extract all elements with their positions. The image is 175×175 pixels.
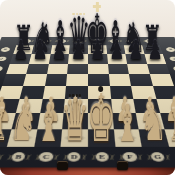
square-g8[interactable] — [124, 45, 144, 54]
square-f2[interactable] — [112, 113, 139, 129]
rank-label-6-right-circle: 6 — [173, 66, 175, 71]
square-c5[interactable] — [45, 74, 68, 86]
scroll-ornament: )( — [35, 154, 38, 161]
square-c8[interactable] — [50, 45, 70, 54]
scroll-ornament: )( — [147, 154, 150, 161]
square-d4[interactable] — [65, 86, 88, 99]
square-f5[interactable] — [109, 74, 132, 86]
file-label-f-far-circle: F — [110, 39, 119, 43]
file-label-d-near-circle: D — [67, 152, 81, 162]
scroll-ornament: )( — [154, 40, 156, 43]
scroll-ornament: )( — [67, 40, 69, 43]
file-label-d-far: )(D)( — [70, 37, 88, 45]
rank-label-8-right-circle: 8 — [165, 47, 175, 51]
square-e5[interactable] — [88, 74, 110, 86]
rank-label-7-right-circle: 7 — [169, 56, 175, 61]
file-label-f-far: )(F)( — [105, 37, 124, 45]
scroll-ornament: )( — [165, 154, 169, 161]
square-b6[interactable] — [26, 64, 48, 75]
scroll-ornament: )( — [102, 40, 104, 43]
file-label-e-near-circle: E — [95, 152, 109, 162]
file-label-c-near-circle: C — [39, 152, 54, 162]
square-c6[interactable] — [47, 64, 69, 75]
scroll-ornament: )( — [26, 154, 29, 161]
file-label-b-far-circle: B — [39, 39, 48, 43]
square-f3[interactable] — [111, 99, 136, 113]
scroll-ornament: )( — [7, 154, 11, 161]
square-d7[interactable] — [68, 54, 88, 64]
square-f7[interactable] — [107, 54, 127, 64]
file-label-b-near-circle: B — [10, 152, 26, 162]
scroll-ornament: )( — [84, 40, 85, 43]
file-label-h-far-circle: H — [145, 39, 155, 43]
chess-set-photo: )(A)()(A)()(B)()(B)()(C)()(C)()(D)()(D)(… — [0, 0, 175, 175]
square-f1[interactable] — [113, 129, 142, 147]
square-c4[interactable] — [43, 86, 67, 99]
square-d2[interactable] — [63, 113, 88, 129]
scroll-ornament: )( — [137, 40, 139, 43]
rank-label-8-right: 8 — [160, 45, 175, 54]
square-h3[interactable] — [156, 99, 175, 113]
file-label-c-far: )(C)( — [52, 37, 71, 45]
scroll-ornament: )( — [174, 154, 175, 161]
scroll-ornament: )( — [137, 154, 140, 161]
chess-board[interactable]: )(A)()(A)()(B)()(B)()(C)()(C)()(D)()(D)(… — [0, 37, 175, 168]
square-b1[interactable] — [7, 129, 37, 147]
file-label-g-near-circle: G — [150, 152, 166, 162]
square-d3[interactable] — [64, 99, 88, 113]
file-label-c-far-circle: C — [57, 39, 66, 43]
square-b2[interactable] — [12, 113, 40, 129]
file-label-e-near: )(E)( — [88, 147, 117, 167]
square-b4[interactable] — [20, 86, 45, 99]
scroll-ornament: )( — [119, 40, 121, 43]
scroll-ornament: )( — [119, 154, 122, 161]
square-f4[interactable] — [110, 86, 134, 99]
square-f6[interactable] — [108, 64, 130, 75]
board-grid — [0, 45, 175, 147]
square-f8[interactable] — [106, 45, 126, 54]
square-e4[interactable] — [88, 86, 111, 99]
square-e2[interactable] — [88, 113, 113, 129]
scroll-ornament: )( — [90, 40, 91, 43]
file-label-e-far: )(E)( — [88, 37, 106, 45]
square-d1[interactable] — [61, 129, 88, 147]
box-latch — [117, 161, 128, 170]
file-label-a-far-circle: A — [21, 39, 31, 43]
square-e8[interactable] — [88, 45, 107, 54]
box-latch — [57, 161, 68, 170]
file-label-e-far-circle: E — [92, 39, 101, 43]
square-c1[interactable] — [34, 129, 63, 147]
square-b7[interactable] — [29, 54, 50, 64]
square-g7[interactable] — [126, 54, 147, 64]
scroll-ornament: )( — [54, 154, 57, 161]
rank-label-8-left-circle: 8 — [0, 47, 11, 51]
square-c2[interactable] — [37, 113, 64, 129]
square-d6[interactable] — [67, 64, 88, 75]
file-label-h-far: )(H)( — [140, 37, 160, 45]
scroll-ornament: )( — [31, 40, 33, 43]
square-e6[interactable] — [88, 64, 109, 75]
file-label-b-far: )(B)( — [34, 37, 53, 45]
file-label-d-far-circle: D — [75, 39, 84, 43]
square-b3[interactable] — [16, 99, 43, 113]
file-label-b-near: )(B)( — [2, 147, 34, 167]
square-b5[interactable] — [23, 74, 47, 86]
file-label-g-far-circle: G — [127, 39, 136, 43]
file-label-g-far: )(G)( — [123, 37, 142, 45]
square-e3[interactable] — [88, 99, 112, 113]
square-h4[interactable] — [153, 86, 175, 99]
square-e1[interactable] — [88, 129, 115, 147]
square-d5[interactable] — [66, 74, 88, 86]
square-c3[interactable] — [40, 99, 65, 113]
square-e7[interactable] — [88, 54, 108, 64]
scroll-ornament: )( — [49, 40, 51, 43]
rank-label-6-left-circle: 6 — [0, 66, 3, 71]
scroll-ornament: )( — [0, 154, 2, 161]
scroll-ornament: )( — [110, 154, 113, 161]
scroll-ornament: )( — [64, 154, 67, 161]
scroll-ornament: )( — [82, 154, 84, 161]
square-c7[interactable] — [49, 54, 69, 64]
scroll-ornament: )( — [92, 154, 94, 161]
square-d8[interactable] — [69, 45, 88, 54]
rank-label-7-left-circle: 7 — [0, 56, 7, 61]
square-b8[interactable] — [32, 45, 52, 54]
